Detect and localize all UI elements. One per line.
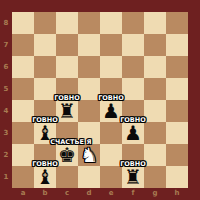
square-e2[interactable]: [100, 144, 122, 166]
square-h6[interactable]: [166, 56, 188, 78]
square-e1[interactable]: [100, 166, 122, 188]
square-c2[interactable]: ♚СЧАСТЬЕ: [56, 144, 78, 166]
square-h1[interactable]: [166, 166, 188, 188]
piece-label-d2: Я: [86, 138, 91, 146]
square-d7[interactable]: [78, 34, 100, 56]
file-label-f: f: [122, 188, 144, 200]
square-b1[interactable]: ♝ГОВНО: [34, 166, 56, 188]
rank-label-3: 3: [0, 122, 12, 144]
square-h2[interactable]: [166, 144, 188, 166]
piece-black-pawn-e4[interactable]: ♟: [100, 100, 122, 122]
rank-label-1: 1: [0, 166, 12, 188]
piece-label-f1: ГОВНО: [120, 160, 146, 168]
square-d5[interactable]: [78, 78, 100, 100]
square-g6[interactable]: [144, 56, 166, 78]
piece-black-rook-c4[interactable]: ♜: [56, 100, 78, 122]
rank-labels: 87654321: [0, 12, 12, 188]
square-d4[interactable]: [78, 100, 100, 122]
piece-black-bishop-b1[interactable]: ♝: [34, 166, 56, 188]
square-g4[interactable]: [144, 100, 166, 122]
square-a2[interactable]: [12, 144, 34, 166]
piece-label-e4: ГОВНО: [98, 94, 124, 102]
square-a4[interactable]: [12, 100, 34, 122]
square-g3[interactable]: [144, 122, 166, 144]
square-e8[interactable]: [100, 12, 122, 34]
chess-board-frame: ♜ГОВНО♟ГОВНО♝ГОВНО♟ГОВНО♚СЧАСТЬЕ♞Я♝ГОВНО…: [0, 0, 200, 200]
square-b7[interactable]: [34, 34, 56, 56]
piece-white-knight-d2[interactable]: ♞: [78, 144, 100, 166]
square-f6[interactable]: [122, 56, 144, 78]
square-f5[interactable]: [122, 78, 144, 100]
file-labels: abcdefgh: [12, 188, 188, 200]
piece-black-rook-f1[interactable]: ♜: [122, 166, 144, 188]
file-label-c: c: [56, 188, 78, 200]
square-d8[interactable]: [78, 12, 100, 34]
square-h3[interactable]: [166, 122, 188, 144]
chess-board: ♜ГОВНО♟ГОВНО♝ГОВНО♟ГОВНО♚СЧАСТЬЕ♞Я♝ГОВНО…: [12, 12, 188, 188]
square-f7[interactable]: [122, 34, 144, 56]
square-h5[interactable]: [166, 78, 188, 100]
square-h7[interactable]: [166, 34, 188, 56]
piece-label-c2: СЧАСТЬЕ: [50, 138, 84, 146]
square-b6[interactable]: [34, 56, 56, 78]
square-c8[interactable]: [56, 12, 78, 34]
square-c6[interactable]: [56, 56, 78, 78]
square-d1[interactable]: [78, 166, 100, 188]
square-a8[interactable]: [12, 12, 34, 34]
piece-label-b1: ГОВНО: [32, 160, 58, 168]
square-a7[interactable]: [12, 34, 34, 56]
square-g5[interactable]: [144, 78, 166, 100]
file-label-h: h: [166, 188, 188, 200]
square-g8[interactable]: [144, 12, 166, 34]
file-label-d: d: [78, 188, 100, 200]
file-label-g: g: [144, 188, 166, 200]
square-d6[interactable]: [78, 56, 100, 78]
square-g1[interactable]: [144, 166, 166, 188]
square-a5[interactable]: [12, 78, 34, 100]
square-a3[interactable]: [12, 122, 34, 144]
square-h8[interactable]: [166, 12, 188, 34]
square-b8[interactable]: [34, 12, 56, 34]
square-d2[interactable]: ♞Я: [78, 144, 100, 166]
square-c1[interactable]: [56, 166, 78, 188]
rank-label-4: 4: [0, 100, 12, 122]
piece-label-f3: ГОВНО: [120, 116, 146, 124]
square-e6[interactable]: [100, 56, 122, 78]
rank-label-2: 2: [0, 144, 12, 166]
square-g7[interactable]: [144, 34, 166, 56]
rank-label-6: 6: [0, 56, 12, 78]
square-a6[interactable]: [12, 56, 34, 78]
rank-label-5: 5: [0, 78, 12, 100]
square-e7[interactable]: [100, 34, 122, 56]
piece-black-pawn-f3[interactable]: ♟: [122, 122, 144, 144]
square-h4[interactable]: [166, 100, 188, 122]
file-label-b: b: [34, 188, 56, 200]
rank-label-7: 7: [0, 34, 12, 56]
piece-label-b3: ГОВНО: [32, 116, 58, 124]
square-c7[interactable]: [56, 34, 78, 56]
square-f8[interactable]: [122, 12, 144, 34]
square-g2[interactable]: [144, 144, 166, 166]
square-a1[interactable]: [12, 166, 34, 188]
square-e3[interactable]: [100, 122, 122, 144]
piece-black-king-c2[interactable]: ♚: [56, 144, 78, 166]
file-label-a: a: [12, 188, 34, 200]
square-f1[interactable]: ♜ГОВНО: [122, 166, 144, 188]
square-c4[interactable]: ♜ГОВНО: [56, 100, 78, 122]
rank-label-8: 8: [0, 12, 12, 34]
file-label-e: e: [100, 188, 122, 200]
square-f3[interactable]: ♟ГОВНО: [122, 122, 144, 144]
square-b5[interactable]: [34, 78, 56, 100]
piece-label-c4: ГОВНО: [54, 94, 80, 102]
square-e4[interactable]: ♟ГОВНО: [100, 100, 122, 122]
